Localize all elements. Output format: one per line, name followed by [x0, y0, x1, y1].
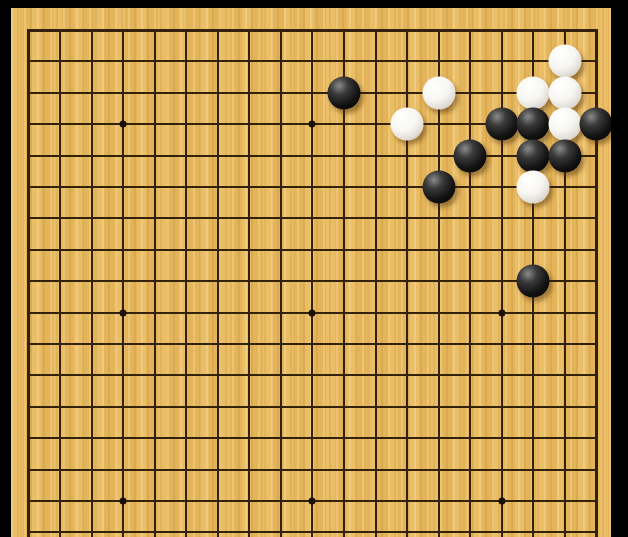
black-stone	[517, 139, 550, 172]
white-stone	[548, 45, 581, 78]
black-stone	[548, 139, 581, 172]
grid-vertical-line	[185, 29, 187, 537]
white-stone	[391, 108, 424, 141]
grid-vertical-line	[59, 29, 61, 537]
grid-vertical-line	[27, 29, 30, 537]
grid-vertical-line	[311, 29, 313, 537]
grid-vertical-line	[154, 29, 156, 537]
grid-horizontal-line	[27, 186, 598, 188]
grid-horizontal-line	[27, 406, 598, 408]
black-stone	[328, 76, 361, 109]
black-stone	[517, 265, 550, 298]
white-stone	[548, 76, 581, 109]
grid-horizontal-line	[27, 92, 598, 94]
grid-horizontal-line	[27, 469, 598, 471]
white-stone	[422, 76, 455, 109]
grid-horizontal-line	[27, 343, 598, 345]
grid-vertical-line	[469, 29, 471, 537]
star-point	[498, 309, 505, 316]
grid-horizontal-line	[27, 531, 598, 533]
star-point	[309, 309, 316, 316]
black-stone	[580, 108, 611, 141]
black-stone	[422, 171, 455, 204]
grid-vertical-line	[375, 29, 377, 537]
grid-vertical-line	[248, 29, 250, 537]
grid-horizontal-line	[27, 249, 598, 251]
black-stone	[517, 108, 550, 141]
grid-vertical-line	[406, 29, 408, 537]
grid-horizontal-line	[27, 374, 598, 376]
star-point	[120, 309, 127, 316]
white-stone	[517, 171, 550, 204]
star-point	[309, 498, 316, 505]
star-point	[120, 121, 127, 128]
grid-horizontal-line	[27, 280, 598, 282]
grid-horizontal-line	[27, 29, 598, 32]
star-point	[120, 498, 127, 505]
grid-vertical-line	[501, 29, 503, 537]
black-stone	[454, 139, 487, 172]
star-point	[309, 121, 316, 128]
grid-vertical-line	[122, 29, 124, 537]
black-stone	[485, 108, 518, 141]
star-point	[498, 498, 505, 505]
grid-horizontal-line	[27, 437, 598, 439]
go-board[interactable]	[11, 8, 611, 537]
grid-horizontal-line	[27, 217, 598, 219]
grid-vertical-line	[280, 29, 282, 537]
grid-horizontal-line	[27, 155, 598, 157]
white-stone	[517, 76, 550, 109]
grid-vertical-line	[595, 29, 598, 537]
grid-horizontal-line	[27, 60, 598, 62]
grid-vertical-line	[91, 29, 93, 537]
go-diagram-scene	[0, 0, 628, 537]
grid-vertical-line	[217, 29, 219, 537]
white-stone	[548, 108, 581, 141]
